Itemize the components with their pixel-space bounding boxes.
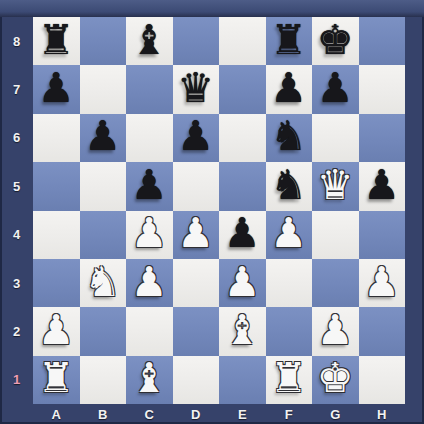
square-g6[interactable] [312, 114, 359, 162]
square-c4[interactable]: ♟ [126, 211, 173, 259]
board-frame: 8♜♝♜♚7♟♛♟♟6♟♟♞5♟♞♛♟4♟♟♟♟3♞♟♟♟2♟♝♟1♜♝♜♚AB… [0, 0, 424, 424]
square-a5[interactable] [33, 162, 80, 210]
square-a4[interactable] [33, 211, 80, 259]
square-d3[interactable] [173, 259, 220, 307]
square-g2[interactable]: ♟ [312, 307, 359, 355]
piece-black-pawn[interactable]: ♟ [38, 68, 75, 109]
piece-white-pawn[interactable]: ♟ [270, 213, 307, 254]
square-d8[interactable] [173, 17, 220, 65]
rank-label-1: 1 [0, 356, 33, 404]
square-a8[interactable]: ♜ [33, 17, 80, 65]
square-g8[interactable]: ♚ [312, 17, 359, 65]
square-e2[interactable]: ♝ [219, 307, 266, 355]
piece-white-pawn[interactable]: ♟ [131, 262, 168, 303]
piece-black-pawn[interactable]: ♟ [131, 165, 168, 206]
file-label-h: H [359, 404, 406, 424]
rank-label-5: 5 [0, 162, 33, 210]
piece-black-pawn[interactable]: ♟ [177, 116, 214, 157]
rank-label-3: 3 [0, 259, 33, 307]
piece-white-queen[interactable]: ♛ [317, 165, 354, 206]
square-a2[interactable]: ♟ [33, 307, 80, 355]
file-label-g: G [312, 404, 359, 424]
square-a3[interactable] [33, 259, 80, 307]
square-d5[interactable] [173, 162, 220, 210]
file-label-b: B [80, 404, 127, 424]
square-h2[interactable] [359, 307, 406, 355]
rank-label-2: 2 [0, 307, 33, 355]
square-b2[interactable] [80, 307, 127, 355]
piece-white-bishop[interactable]: ♝ [224, 310, 261, 351]
file-label-f: F [266, 404, 313, 424]
square-c6[interactable] [126, 114, 173, 162]
file-label-c: C [126, 404, 173, 424]
square-e8[interactable] [219, 17, 266, 65]
square-d2[interactable] [173, 307, 220, 355]
square-f6[interactable]: ♞ [266, 114, 313, 162]
piece-white-knight[interactable]: ♞ [84, 262, 121, 303]
frame-top-strip [0, 0, 424, 17]
piece-black-queen[interactable]: ♛ [177, 68, 214, 109]
square-g4[interactable] [312, 211, 359, 259]
piece-white-rook[interactable]: ♜ [270, 358, 307, 399]
square-h3[interactable]: ♟ [359, 259, 406, 307]
rank-label-8: 8 [0, 17, 33, 65]
rank-label-6: 6 [0, 114, 33, 162]
piece-black-pawn[interactable]: ♟ [317, 68, 354, 109]
square-d4[interactable]: ♟ [173, 211, 220, 259]
square-a1[interactable]: ♜ [33, 356, 80, 404]
square-f2[interactable] [266, 307, 313, 355]
square-e5[interactable] [219, 162, 266, 210]
square-h4[interactable] [359, 211, 406, 259]
piece-black-king[interactable]: ♚ [317, 20, 354, 61]
square-f8[interactable]: ♜ [266, 17, 313, 65]
file-label-d: D [173, 404, 220, 424]
piece-white-pawn[interactable]: ♟ [224, 262, 261, 303]
piece-white-pawn[interactable]: ♟ [363, 262, 400, 303]
square-h5[interactable]: ♟ [359, 162, 406, 210]
rank-label-4: 4 [0, 211, 33, 259]
square-e4[interactable]: ♟ [219, 211, 266, 259]
square-e7[interactable] [219, 65, 266, 113]
square-a7[interactable]: ♟ [33, 65, 80, 113]
square-b1[interactable] [80, 356, 127, 404]
piece-white-pawn[interactable]: ♟ [38, 310, 75, 351]
square-h1[interactable] [359, 356, 406, 404]
square-d6[interactable]: ♟ [173, 114, 220, 162]
square-b8[interactable] [80, 17, 127, 65]
file-label-e: E [219, 404, 266, 424]
square-d1[interactable] [173, 356, 220, 404]
square-h7[interactable] [359, 65, 406, 113]
square-b5[interactable] [80, 162, 127, 210]
square-a6[interactable] [33, 114, 80, 162]
square-h8[interactable] [359, 17, 406, 65]
square-f1[interactable]: ♜ [266, 356, 313, 404]
piece-white-rook[interactable]: ♜ [38, 358, 75, 399]
square-e3[interactable]: ♟ [219, 259, 266, 307]
square-f5[interactable]: ♞ [266, 162, 313, 210]
piece-black-knight[interactable]: ♞ [270, 165, 307, 206]
piece-white-king[interactable]: ♚ [317, 358, 354, 399]
square-c1[interactable]: ♝ [126, 356, 173, 404]
square-c3[interactable]: ♟ [126, 259, 173, 307]
square-e6[interactable] [219, 114, 266, 162]
square-g3[interactable] [312, 259, 359, 307]
square-c8[interactable]: ♝ [126, 17, 173, 65]
piece-black-pawn[interactable]: ♟ [224, 213, 261, 254]
square-f4[interactable]: ♟ [266, 211, 313, 259]
square-h6[interactable] [359, 114, 406, 162]
square-c2[interactable] [126, 307, 173, 355]
piece-black-knight[interactable]: ♞ [270, 116, 307, 157]
file-label-a: A [33, 404, 80, 424]
piece-black-rook[interactable]: ♜ [38, 20, 75, 61]
square-b6[interactable]: ♟ [80, 114, 127, 162]
piece-white-pawn[interactable]: ♟ [177, 213, 214, 254]
square-f3[interactable] [266, 259, 313, 307]
rank-label-7: 7 [0, 65, 33, 113]
piece-black-pawn[interactable]: ♟ [270, 68, 307, 109]
square-e1[interactable] [219, 356, 266, 404]
piece-black-pawn[interactable]: ♟ [84, 116, 121, 157]
square-b4[interactable] [80, 211, 127, 259]
square-d7[interactable]: ♛ [173, 65, 220, 113]
square-b3[interactable]: ♞ [80, 259, 127, 307]
square-g5[interactable]: ♛ [312, 162, 359, 210]
piece-black-rook[interactable]: ♜ [270, 20, 307, 61]
piece-black-pawn[interactable]: ♟ [363, 165, 400, 206]
square-f7[interactable]: ♟ [266, 65, 313, 113]
square-g7[interactable]: ♟ [312, 65, 359, 113]
square-b7[interactable] [80, 65, 127, 113]
square-g1[interactable]: ♚ [312, 356, 359, 404]
piece-white-pawn[interactable]: ♟ [131, 213, 168, 254]
piece-black-bishop[interactable]: ♝ [131, 20, 168, 61]
square-c7[interactable] [126, 65, 173, 113]
piece-white-bishop[interactable]: ♝ [131, 358, 168, 399]
piece-white-pawn[interactable]: ♟ [317, 310, 354, 351]
square-c5[interactable]: ♟ [126, 162, 173, 210]
